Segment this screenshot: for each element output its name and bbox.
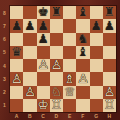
file-label-f: F [76,112,89,120]
square-c6[interactable]: ♟ [37,33,50,46]
white-pawn-d4[interactable]: ♙ [51,59,62,72]
file-label-b: B [23,112,36,120]
black-king-c8[interactable]: ♚ [38,6,49,19]
white-pawn-a3[interactable]: ♙ [11,72,22,85]
square-h1[interactable]: ♖ [103,99,116,112]
square-e8[interactable] [63,6,76,19]
square-b5[interactable] [23,46,36,59]
square-b7[interactable]: ♟ [23,19,36,32]
white-bishop-e3[interactable]: ♗ [64,72,75,85]
white-knight-d2[interactable]: ♘ [51,85,62,98]
white-king-c1[interactable]: ♔ [38,99,49,112]
square-f8[interactable]: ♝ [76,6,89,19]
square-h5[interactable] [103,46,116,59]
square-h7[interactable]: ♟ [103,19,116,32]
rank-label-2: 2 [0,86,9,99]
square-g3[interactable] [90,72,103,85]
square-g7[interactable]: ♟ [90,19,103,32]
file-label-h: H [103,112,116,120]
square-e6[interactable] [63,33,76,46]
white-queen-e2[interactable]: ♕ [64,85,75,98]
black-bishop-f5[interactable]: ♝ [77,46,88,59]
square-a3[interactable]: ♙ [10,72,23,85]
square-e7[interactable] [63,19,76,32]
black-pawn-c6[interactable]: ♟ [38,32,49,45]
rank-label-5: 5 [0,46,9,59]
square-h6[interactable] [103,33,116,46]
square-a1[interactable] [10,99,23,112]
black-pawn-c7[interactable]: ♟ [38,19,49,32]
square-g1[interactable] [90,99,103,112]
black-pawn-a7[interactable]: ♟ [11,19,22,32]
square-a2[interactable] [10,86,23,99]
rank-label-3: 3 [0,72,9,85]
black-pawn-h7[interactable]: ♟ [104,19,115,32]
black-queen-a5[interactable]: ♛ [11,46,22,59]
rank-label-8: 8 [0,6,9,19]
file-label-a: A [10,112,23,120]
square-f1[interactable] [76,99,89,112]
white-rook-h1[interactable]: ♖ [104,99,115,112]
chess-board: ♚♜♝♜♟♟♟♟♟♟♞♛♝♙♙♙♗♙♙♘♕♙♔♖♖ [10,6,116,112]
file-label-c: C [37,112,50,120]
square-f3[interactable]: ♙ [76,72,89,85]
square-c1[interactable]: ♔ [37,99,50,112]
square-h4[interactable] [103,59,116,72]
white-pawn-f3[interactable]: ♙ [77,72,88,85]
square-d4[interactable]: ♙ [50,59,63,72]
square-d6[interactable] [50,33,63,46]
black-knight-f6[interactable]: ♞ [77,32,88,45]
chess-app-window: ♚♜♝♜♟♟♟♟♟♟♞♛♝♙♙♙♗♙♙♘♕♙♔♖♖ 87654321 ABCDE… [0,0,120,120]
black-pawn-g7[interactable]: ♟ [91,19,102,32]
file-coordinates: ABCDEFGH [10,112,116,120]
square-e5[interactable] [63,46,76,59]
square-d7[interactable] [50,19,63,32]
square-b1[interactable] [23,99,36,112]
rank-label-4: 4 [0,59,9,72]
square-g6[interactable] [90,33,103,46]
square-c4[interactable]: ♙ [37,59,50,72]
square-b2[interactable]: ♙ [23,86,36,99]
rank-label-7: 7 [0,19,9,32]
black-pawn-b7[interactable]: ♟ [24,19,35,32]
white-rook-d1[interactable]: ♖ [51,99,62,112]
square-e1[interactable] [63,99,76,112]
square-g5[interactable] [90,46,103,59]
square-e2[interactable]: ♕ [63,86,76,99]
square-f2[interactable] [76,86,89,99]
file-label-g: G [90,112,103,120]
square-b6[interactable] [23,33,36,46]
square-a5[interactable]: ♛ [10,46,23,59]
file-label-d: D [50,112,63,120]
square-b4[interactable] [23,59,36,72]
white-pawn-b2[interactable]: ♙ [24,85,35,98]
white-pawn-c4[interactable]: ♙ [38,59,49,72]
square-a7[interactable]: ♟ [10,19,23,32]
black-rook-d8[interactable]: ♜ [51,6,62,19]
square-g2[interactable] [90,86,103,99]
square-d1[interactable]: ♖ [50,99,63,112]
black-bishop-f8[interactable]: ♝ [77,6,88,19]
rank-label-6: 6 [0,33,9,46]
rank-label-1: 1 [0,99,9,112]
square-d8[interactable]: ♜ [50,6,63,19]
square-g4[interactable] [90,59,103,72]
file-label-e: E [63,112,76,120]
black-rook-h8[interactable]: ♜ [104,6,115,19]
square-c3[interactable] [37,72,50,85]
square-f5[interactable]: ♝ [76,46,89,59]
white-pawn-h2[interactable]: ♙ [104,85,115,98]
